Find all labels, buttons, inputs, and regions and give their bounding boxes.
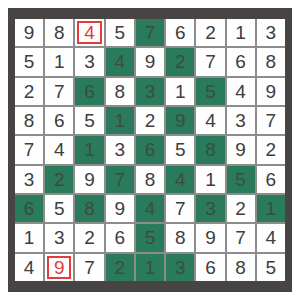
cell-r2c2[interactable]: 1 bbox=[45, 48, 73, 75]
cell-r5c1[interactable]: 7 bbox=[15, 136, 43, 163]
cell-r6c8[interactable]: 5 bbox=[227, 166, 255, 193]
cell-r6c1[interactable]: 3 bbox=[15, 166, 43, 193]
cell-r3c5[interactable]: 3 bbox=[136, 78, 164, 105]
cell-r5c3[interactable]: 1 bbox=[75, 136, 103, 163]
cell-r3c9[interactable]: 9 bbox=[257, 78, 285, 105]
cell-r4c9[interactable]: 7 bbox=[257, 107, 285, 134]
cell-r6c5[interactable]: 8 bbox=[136, 166, 164, 193]
cell-r3c3[interactable]: 6 bbox=[75, 78, 103, 105]
cell-r3c1[interactable]: 2 bbox=[15, 78, 43, 105]
cell-r7c3[interactable]: 8 bbox=[75, 195, 103, 222]
cell-r8c3[interactable]: 2 bbox=[75, 224, 103, 251]
cell-r6c6[interactable]: 4 bbox=[166, 166, 194, 193]
cell-r9c5[interactable]: 1 bbox=[136, 254, 164, 281]
cell-r5c6[interactable]: 5 bbox=[166, 136, 194, 163]
cell-r7c2[interactable]: 5 bbox=[45, 195, 73, 222]
cell-r3c6[interactable]: 1 bbox=[166, 78, 194, 105]
cell-r7c5[interactable]: 4 bbox=[136, 195, 164, 222]
cell-r7c1[interactable]: 6 bbox=[15, 195, 43, 222]
cell-r7c7[interactable]: 3 bbox=[196, 195, 224, 222]
cell-r9c4[interactable]: 2 bbox=[106, 254, 134, 281]
cell-r6c3[interactable]: 9 bbox=[75, 166, 103, 193]
cell-r8c7[interactable]: 9 bbox=[196, 224, 224, 251]
cell-r7c4[interactable]: 9 bbox=[106, 195, 134, 222]
cell-r1c5[interactable]: 7 bbox=[136, 19, 164, 46]
cell-r2c4[interactable]: 4 bbox=[106, 48, 134, 75]
cell-r8c9[interactable]: 4 bbox=[257, 224, 285, 251]
cell-r9c2[interactable]: 9 bbox=[45, 254, 73, 281]
cell-r2c1[interactable]: 5 bbox=[15, 48, 43, 75]
cell-r4c7[interactable]: 4 bbox=[196, 107, 224, 134]
cell-r2c5[interactable]: 9 bbox=[136, 48, 164, 75]
cell-r5c5[interactable]: 6 bbox=[136, 136, 164, 163]
cell-r6c9[interactable]: 6 bbox=[257, 166, 285, 193]
cell-r5c7[interactable]: 8 bbox=[196, 136, 224, 163]
cell-r8c8[interactable]: 7 bbox=[227, 224, 255, 251]
cell-r7c9[interactable]: 1 bbox=[257, 195, 285, 222]
cell-r8c2[interactable]: 3 bbox=[45, 224, 73, 251]
cell-r5c8[interactable]: 9 bbox=[227, 136, 255, 163]
cell-r8c4[interactable]: 6 bbox=[106, 224, 134, 251]
cell-r2c9[interactable]: 8 bbox=[257, 48, 285, 75]
cell-r2c3[interactable]: 3 bbox=[75, 48, 103, 75]
cell-r1c7[interactable]: 2 bbox=[196, 19, 224, 46]
cell-r4c6[interactable]: 9 bbox=[166, 107, 194, 134]
cell-r1c6[interactable]: 6 bbox=[166, 19, 194, 46]
hitori-board-frame: 9845762135134927682768315498651294377413… bbox=[8, 8, 292, 292]
cell-r7c6[interactable]: 7 bbox=[166, 195, 194, 222]
cell-r1c1[interactable]: 9 bbox=[15, 19, 43, 46]
cell-r9c3[interactable]: 7 bbox=[75, 254, 103, 281]
puzzle-screen: 9845762135134927682768315498651294377413… bbox=[0, 0, 300, 300]
hitori-grid: 9845762135134927682768315498651294377413… bbox=[15, 19, 285, 281]
cell-r1c9[interactable]: 3 bbox=[257, 19, 285, 46]
cell-r4c5[interactable]: 2 bbox=[136, 107, 164, 134]
cell-r1c3[interactable]: 4 bbox=[75, 19, 103, 46]
cell-r5c9[interactable]: 2 bbox=[257, 136, 285, 163]
cell-r7c8[interactable]: 2 bbox=[227, 195, 255, 222]
cell-r1c2[interactable]: 8 bbox=[45, 19, 73, 46]
cell-r9c1[interactable]: 4 bbox=[15, 254, 43, 281]
cell-r9c8[interactable]: 8 bbox=[227, 254, 255, 281]
cell-r3c2[interactable]: 7 bbox=[45, 78, 73, 105]
cell-r5c2[interactable]: 4 bbox=[45, 136, 73, 163]
cell-r4c8[interactable]: 3 bbox=[227, 107, 255, 134]
cell-r8c5[interactable]: 5 bbox=[136, 224, 164, 251]
cell-r9c7[interactable]: 6 bbox=[196, 254, 224, 281]
cell-r1c4[interactable]: 5 bbox=[106, 19, 134, 46]
cell-r5c4[interactable]: 3 bbox=[106, 136, 134, 163]
cell-r6c4[interactable]: 7 bbox=[106, 166, 134, 193]
cell-r2c8[interactable]: 6 bbox=[227, 48, 255, 75]
cell-r9c6[interactable]: 3 bbox=[166, 254, 194, 281]
cell-r3c8[interactable]: 4 bbox=[227, 78, 255, 105]
cell-r3c4[interactable]: 8 bbox=[106, 78, 134, 105]
cell-r4c1[interactable]: 8 bbox=[15, 107, 43, 134]
cell-r3c7[interactable]: 5 bbox=[196, 78, 224, 105]
cell-r8c6[interactable]: 8 bbox=[166, 224, 194, 251]
cell-r1c8[interactable]: 1 bbox=[227, 19, 255, 46]
cell-r6c2[interactable]: 2 bbox=[45, 166, 73, 193]
cell-r4c4[interactable]: 1 bbox=[106, 107, 134, 134]
cell-r2c6[interactable]: 2 bbox=[166, 48, 194, 75]
cell-r4c3[interactable]: 5 bbox=[75, 107, 103, 134]
cell-r6c7[interactable]: 1 bbox=[196, 166, 224, 193]
cell-r8c1[interactable]: 1 bbox=[15, 224, 43, 251]
cell-r4c2[interactable]: 6 bbox=[45, 107, 73, 134]
cell-r2c7[interactable]: 7 bbox=[196, 48, 224, 75]
cell-r9c9[interactable]: 5 bbox=[257, 254, 285, 281]
